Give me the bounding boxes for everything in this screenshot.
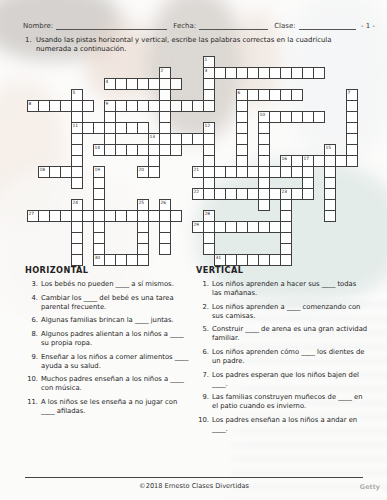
cell-number: 21 [194, 167, 200, 173]
grid-cell[interactable] [291, 166, 303, 178]
grid-cell[interactable] [192, 133, 204, 145]
grid-cell[interactable] [170, 144, 182, 156]
clue-item: 6.Algunas familias brincan la ____ junta… [25, 316, 191, 325]
grid-cell[interactable] [82, 210, 94, 222]
clue-number: 11. [25, 398, 41, 416]
cell-number: 4 [106, 79, 109, 85]
cell-number: 28 [205, 211, 211, 217]
cell-number: 9 [106, 101, 109, 107]
footer-rule [25, 477, 363, 478]
grid-cell[interactable] [148, 166, 160, 178]
clue-item: 7.Los padres esperan que los niños bajen… [196, 371, 368, 389]
grid-cell[interactable] [280, 254, 292, 266]
clue-number: 10. [25, 375, 41, 393]
cell-number: 1 [205, 57, 208, 63]
grid-cell[interactable] [159, 243, 171, 255]
clue-text: Los bebés no pueden ____ a sí mismos. [41, 280, 191, 289]
across-section-title: HORIZONTAL [25, 265, 88, 275]
clue-number: 6. [25, 316, 41, 325]
grid-cell[interactable] [137, 254, 149, 266]
clue-item: 10.Muchos padres enseñan a los niños a _… [25, 375, 191, 393]
instruction-text: Usando las pistas horizontal y vertical,… [36, 36, 355, 54]
cell-number: 10 [260, 112, 266, 118]
grid-cell[interactable] [60, 210, 72, 222]
cell-number: 18 [40, 167, 46, 173]
cell-number: 3 [205, 68, 208, 74]
cell-number: 11 [73, 123, 79, 129]
clue-item: 9.Enseñar a los niños a comer alimentos … [25, 353, 191, 371]
clue-text: Los padres enseñan a los niños a andar e… [212, 416, 368, 434]
grid-cell[interactable] [346, 155, 358, 167]
cell-number: 8 [29, 101, 32, 107]
cell-number: 15 [326, 145, 332, 151]
cell-number: 23 [282, 189, 288, 195]
grid-cell[interactable] [313, 111, 325, 123]
clue-text: Algunas familias brincan la ____ juntas. [41, 316, 191, 325]
grid-cell[interactable] [170, 78, 182, 90]
instruction-number: 1. [25, 36, 36, 54]
cell-number: 26 [161, 200, 167, 206]
cell-number: 16 [282, 156, 288, 162]
class-label: Clase: [268, 22, 298, 30]
footer-copyright: ©2018 Ernesto Clases Divertidas [25, 482, 363, 490]
grid-cell[interactable] [313, 155, 325, 167]
cell-number: 20 [139, 167, 145, 173]
grid-cell[interactable] [302, 188, 314, 200]
worksheet-header: Nombre: Fecha: Clase: - 1 - [23, 21, 375, 30]
grid-cell[interactable] [126, 210, 138, 222]
clue-text: Las familias construyen muñecos de ____ … [212, 393, 368, 411]
across-clue-list: 3.Los bebés no pueden ____ a sí mismos.4… [25, 280, 191, 416]
clue-number: 10. [196, 416, 212, 434]
cell-number: 2 [161, 68, 164, 74]
class-blank-line[interactable] [299, 21, 356, 30]
clue-item: 3.Los bebés no pueden ____ a sí mismos. [25, 280, 191, 289]
cell-number: 29 [194, 222, 200, 228]
clue-item: 1.Los niños aprenden a hacer sus ____ to… [196, 280, 368, 298]
cell-number: 6 [238, 90, 241, 96]
clue-item: 4.Cambiar los ____ del bebé es una tarea… [25, 294, 191, 312]
grid-cell[interactable] [192, 100, 204, 112]
stock-photo-watermark: Getty [360, 483, 380, 491]
clue-item: 11.A los niños se les enseña a no jugar … [25, 398, 191, 416]
grid-cell[interactable] [291, 89, 303, 101]
grid-cell[interactable] [269, 254, 281, 266]
clue-text: Los niños aprenden a hacer sus ____ toda… [212, 280, 368, 298]
clue-number: 3. [25, 280, 41, 289]
grid-cell[interactable] [324, 210, 336, 222]
name-blank-line[interactable] [56, 21, 167, 30]
cell-number: 14 [95, 145, 101, 151]
cell-number: 30 [95, 255, 101, 261]
grid-cell[interactable]: 20 [137, 166, 149, 178]
clue-text: Construir ____ de arena es una gran acti… [212, 325, 368, 343]
cell-number: 25 [139, 200, 145, 206]
clue-number: 6. [196, 348, 212, 366]
grid-cell[interactable]: 29 [192, 221, 204, 233]
grid-cell[interactable] [170, 210, 182, 222]
date-label: Fecha: [167, 22, 199, 30]
clue-text: Cambiar los ____ del bebé es una tarea p… [41, 294, 191, 312]
grid-cell[interactable] [269, 221, 281, 233]
grid-cell[interactable] [71, 177, 83, 189]
grid-cell[interactable]: 14 [93, 144, 105, 156]
grid-cell[interactable] [291, 188, 303, 200]
grid-cell[interactable] [148, 100, 160, 112]
crossword-grid: 1324511678910121314151617181930202122232… [27, 56, 358, 266]
cell-number: 17 [304, 156, 310, 162]
clue-number: 5. [196, 325, 212, 343]
cell-number: 31 [216, 255, 222, 261]
clue-text: Los niños aprenden a ____ comenzando con… [212, 303, 368, 321]
grid-cell[interactable]: 22 [192, 188, 204, 200]
clue-number: 7. [196, 371, 212, 389]
date-blank-line[interactable] [199, 21, 268, 30]
cell-number: 12 [205, 123, 211, 129]
clue-number: 9. [196, 393, 212, 411]
clue-text: Los padres esperan que los niños bajen d… [212, 371, 368, 389]
clue-item: 8.Algunos padres alientan a los niños a … [25, 330, 191, 348]
clue-text: Algunos padres alientan a los niños a __… [41, 330, 191, 348]
down-clue-list: 1.Los niños aprenden a hacer sus ____ to… [196, 280, 368, 434]
clue-number: 8. [25, 330, 41, 348]
cell-number: 27 [29, 211, 35, 217]
grid-cell[interactable] [258, 199, 270, 211]
grid-cell[interactable] [148, 78, 160, 90]
clue-text: A los niños se les enseña a no jugar con… [41, 398, 191, 416]
cell-number: 13 [150, 134, 156, 140]
clue-number: 2. [196, 303, 212, 321]
cell-number: 22 [194, 189, 200, 195]
grid-cell[interactable] [225, 166, 237, 178]
clue-item: 6.Los niños aprenden cómo ____ los dient… [196, 348, 368, 366]
name-label: Nombre: [23, 22, 56, 30]
grid-cell[interactable] [93, 122, 105, 134]
worksheet-page: Nombre: Fecha: Clase: - 1 - 1. Usando la… [0, 0, 387, 500]
cell-number: 19 [95, 167, 101, 173]
instruction: 1. Usando las pistas horizontal y vertic… [25, 36, 355, 54]
clue-item: 2.Los niños aprenden a ____ comenzando c… [196, 303, 368, 321]
grid-cell[interactable] [313, 67, 325, 79]
grid-cell[interactable] [60, 166, 72, 178]
grid-cell[interactable] [247, 166, 259, 178]
grid-cell[interactable] [148, 210, 160, 222]
cell-number: 5 [73, 90, 76, 96]
grid-cell[interactable]: 21 [192, 166, 204, 178]
clue-text: Los niños aprenden cómo ____ los dientes… [212, 348, 368, 366]
cell-number: 7 [348, 90, 351, 96]
clue-item: 5.Construir ____ de arena es una gran ac… [196, 325, 368, 343]
grid-cell[interactable] [335, 155, 347, 167]
page-number: - 1 - [356, 22, 375, 30]
grid-cell[interactable] [126, 254, 138, 266]
down-section-title: VERTICAL [196, 265, 243, 275]
clue-number: 9. [25, 353, 41, 371]
grid-cell[interactable] [137, 144, 149, 156]
grid-cell[interactable] [203, 100, 215, 112]
clue-text: Enseñar a los niños a comer alimentos __… [41, 353, 191, 371]
clue-number: 1. [196, 280, 212, 298]
clue-text: Muchos padres enseñan a los niños a ____… [41, 375, 191, 393]
clue-item: 10.Los padres enseñan a los niños a anda… [196, 416, 368, 434]
clue-item: 9.Las familias construyen muñecos de ___… [196, 393, 368, 411]
cell-number: 24 [73, 200, 79, 206]
clue-number: 4. [25, 294, 41, 312]
grid-cell[interactable] [82, 100, 94, 112]
grid-cell[interactable] [247, 188, 259, 200]
grid-cell[interactable] [60, 100, 72, 112]
